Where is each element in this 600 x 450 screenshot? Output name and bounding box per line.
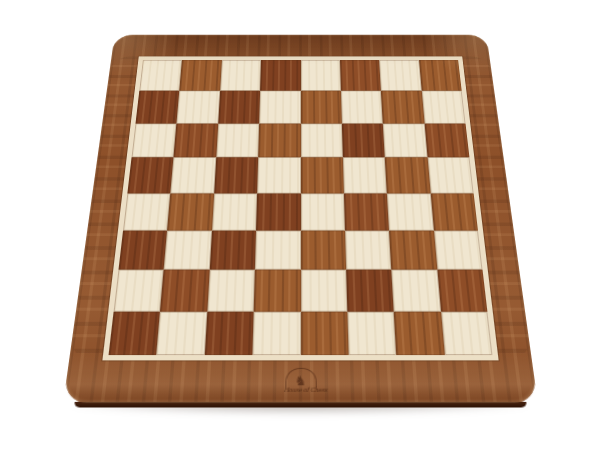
square-d6[interactable] [258, 123, 300, 157]
square-a6[interactable] [131, 123, 176, 157]
square-a5[interactable] [127, 157, 173, 193]
square-h7[interactable] [421, 91, 465, 123]
square-e5[interactable] [300, 157, 343, 193]
product-photo-stage: ♞ House of Chess [0, 0, 600, 450]
logo-text: House of Chess [282, 386, 317, 393]
square-h5[interactable] [427, 157, 473, 193]
square-c3[interactable] [209, 230, 256, 269]
square-e3[interactable] [300, 230, 346, 269]
square-f4[interactable] [343, 193, 388, 230]
square-h6[interactable] [424, 123, 469, 157]
square-g3[interactable] [389, 230, 437, 269]
square-f8[interactable] [339, 60, 380, 91]
square-d3[interactable] [254, 230, 300, 269]
square-h2[interactable] [437, 270, 487, 311]
playing-area [102, 56, 498, 360]
square-e2[interactable] [300, 270, 347, 311]
square-c4[interactable] [211, 193, 256, 230]
square-c2[interactable] [207, 270, 255, 311]
square-a1[interactable] [108, 311, 160, 355]
square-b4[interactable] [167, 193, 214, 230]
square-b8[interactable] [179, 60, 221, 91]
square-g1[interactable] [393, 311, 444, 355]
square-d7[interactable] [259, 91, 300, 123]
square-b2[interactable] [160, 270, 209, 311]
square-c6[interactable] [216, 123, 259, 157]
square-b3[interactable] [163, 230, 211, 269]
square-g8[interactable] [379, 60, 421, 91]
square-e6[interactable] [300, 123, 342, 157]
square-f7[interactable] [340, 91, 382, 123]
square-a3[interactable] [118, 230, 167, 269]
square-f3[interactable] [344, 230, 391, 269]
square-e4[interactable] [300, 193, 344, 230]
square-f1[interactable] [347, 311, 396, 355]
brand-logo: ♞ House of Chess [277, 368, 322, 395]
square-g5[interactable] [384, 157, 429, 193]
square-b6[interactable] [173, 123, 217, 157]
square-f2[interactable] [346, 270, 394, 311]
square-f6[interactable] [341, 123, 384, 157]
square-g2[interactable] [391, 270, 440, 311]
square-h4[interactable] [430, 193, 478, 230]
square-f5[interactable] [342, 157, 386, 193]
square-a7[interactable] [135, 91, 179, 123]
square-e8[interactable] [300, 60, 340, 91]
square-a2[interactable] [113, 270, 163, 311]
square-d4[interactable] [256, 193, 300, 230]
square-c1[interactable] [204, 311, 253, 355]
square-c7[interactable] [218, 91, 260, 123]
square-b7[interactable] [176, 91, 219, 123]
square-c8[interactable] [219, 60, 260, 91]
square-c5[interactable] [213, 157, 257, 193]
square-b1[interactable] [156, 311, 207, 355]
square-g6[interactable] [382, 123, 426, 157]
square-a8[interactable] [139, 60, 182, 91]
square-g7[interactable] [381, 91, 424, 123]
square-d8[interactable] [260, 60, 300, 91]
square-e7[interactable] [300, 91, 341, 123]
square-e1[interactable] [300, 311, 348, 355]
board-grid [108, 60, 492, 355]
square-b5[interactable] [170, 157, 215, 193]
square-h3[interactable] [433, 230, 482, 269]
chess-board: ♞ House of Chess [63, 35, 538, 403]
square-d2[interactable] [253, 270, 300, 311]
logo-arch: ♞ [284, 368, 316, 388]
square-d1[interactable] [252, 311, 300, 355]
square-h8[interactable] [418, 60, 461, 91]
square-h1[interactable] [440, 311, 492, 355]
square-d5[interactable] [257, 157, 300, 193]
square-a4[interactable] [123, 193, 171, 230]
square-g4[interactable] [387, 193, 434, 230]
